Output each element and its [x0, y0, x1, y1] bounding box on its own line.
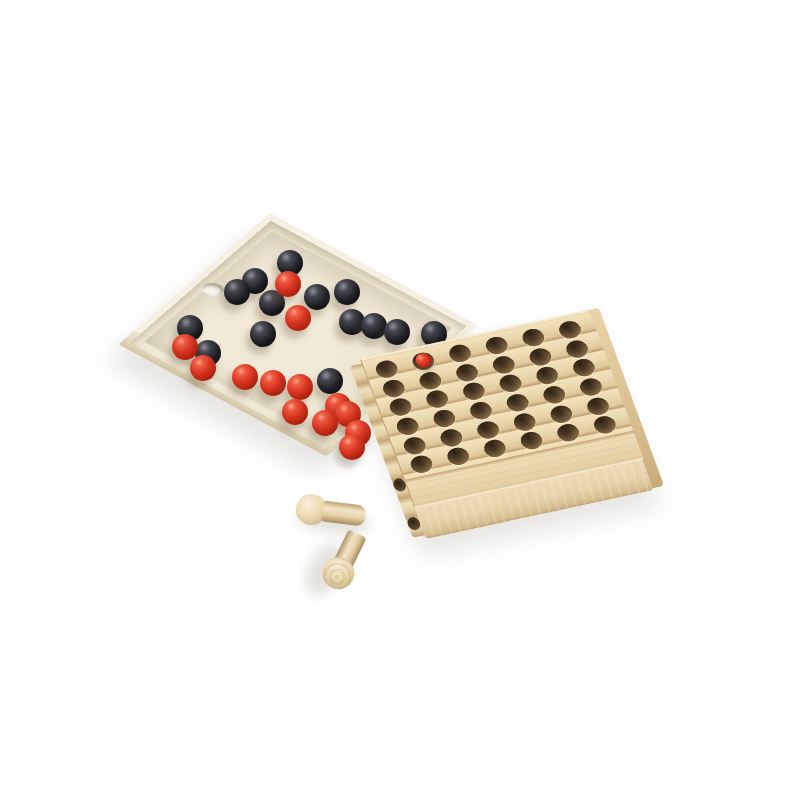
tray-marble-red[interactable] — [190, 355, 216, 381]
tray-marble-red[interactable] — [275, 271, 301, 297]
tray-marble-black[interactable] — [334, 279, 360, 305]
tray-marble-red[interactable] — [232, 364, 258, 390]
tray-marble-red[interactable] — [282, 399, 308, 425]
tray-marble-black[interactable] — [384, 319, 410, 345]
board-hole[interactable] — [408, 454, 435, 475]
board-hole[interactable] — [445, 446, 472, 467]
tray-marble-red[interactable] — [172, 334, 198, 360]
scene — [0, 0, 800, 800]
peg-shaft — [322, 501, 367, 527]
board-hole[interactable] — [555, 422, 582, 443]
tray-marble-red[interactable] — [285, 305, 311, 331]
tray-marble-black[interactable] — [304, 284, 330, 310]
tray-marble-red[interactable] — [260, 370, 286, 396]
board-hole[interactable] — [482, 438, 509, 459]
tray-marble-black[interactable] — [317, 368, 343, 394]
tray-marble-red[interactable] — [287, 374, 313, 400]
tray-marble-black[interactable] — [224, 279, 250, 305]
board-hole[interactable] — [518, 430, 545, 451]
tray-marble-black[interactable] — [250, 321, 276, 347]
tray-marble-red[interactable] — [339, 434, 365, 460]
board-hole[interactable] — [592, 415, 619, 436]
tray-marble-red[interactable] — [312, 410, 338, 436]
tray-marble-black[interactable] — [361, 313, 387, 339]
